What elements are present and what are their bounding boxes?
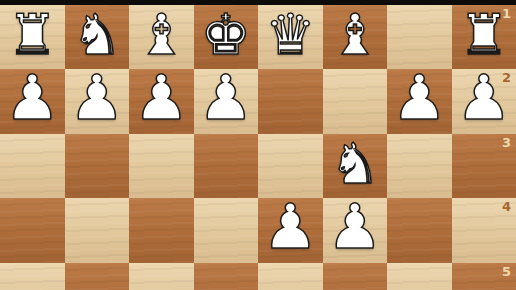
piece-white-pawn[interactable]: ♟ xyxy=(4,67,60,129)
square-b2[interactable]: ♟ xyxy=(387,69,452,134)
piece-white-king[interactable]: ♚ xyxy=(201,7,251,63)
square-g3[interactable] xyxy=(65,134,130,199)
piece-white-knight[interactable]: ♞ xyxy=(72,7,122,63)
square-g2[interactable]: ♟ xyxy=(65,69,130,134)
square-b5[interactable] xyxy=(387,263,452,290)
square-b3[interactable] xyxy=(387,134,452,199)
square-h4[interactable] xyxy=(0,198,65,263)
square-f3[interactable] xyxy=(129,134,194,199)
square-b4[interactable] xyxy=(387,198,452,263)
piece-white-pawn[interactable]: ♟ xyxy=(133,67,189,129)
square-h1[interactable]: ♜ xyxy=(0,5,65,70)
square-e1[interactable]: ♚ xyxy=(194,5,259,70)
square-b1[interactable] xyxy=(387,5,452,70)
square-c5[interactable] xyxy=(323,263,388,290)
square-f1[interactable]: ♝ xyxy=(129,5,194,70)
video-frame: ♜♞♝♚♛♝♜1♟♟♟♟♟♟2♞3♟♟45 xyxy=(0,0,516,290)
square-a4[interactable]: 4 xyxy=(452,198,516,263)
piece-white-pawn[interactable]: ♟ xyxy=(198,67,254,129)
piece-white-knight[interactable]: ♞ xyxy=(330,136,380,192)
square-g5[interactable] xyxy=(65,263,130,290)
square-f5[interactable] xyxy=(129,263,194,290)
square-a2[interactable]: ♟2 xyxy=(452,69,516,134)
piece-white-bishop[interactable]: ♝ xyxy=(330,7,380,63)
square-c4[interactable]: ♟ xyxy=(323,198,388,263)
square-e3[interactable] xyxy=(194,134,259,199)
square-d2[interactable] xyxy=(258,69,323,134)
piece-white-pawn[interactable]: ♟ xyxy=(391,67,447,129)
square-d3[interactable] xyxy=(258,134,323,199)
square-h3[interactable] xyxy=(0,134,65,199)
piece-white-pawn[interactable]: ♟ xyxy=(262,196,318,258)
square-e4[interactable] xyxy=(194,198,259,263)
square-a1[interactable]: ♜1 xyxy=(452,5,516,70)
rank-label-3: 3 xyxy=(502,136,511,150)
piece-white-bishop[interactable]: ♝ xyxy=(136,7,186,63)
rank-label-5: 5 xyxy=(502,265,511,279)
square-g1[interactable]: ♞ xyxy=(65,5,130,70)
square-c1[interactable]: ♝ xyxy=(323,5,388,70)
square-h2[interactable]: ♟ xyxy=(0,69,65,134)
square-h5[interactable] xyxy=(0,263,65,290)
rank-label-2: 2 xyxy=(502,71,511,85)
square-f4[interactable] xyxy=(129,198,194,263)
square-d5[interactable] xyxy=(258,263,323,290)
piece-white-pawn[interactable]: ♟ xyxy=(327,196,383,258)
square-d4[interactable]: ♟ xyxy=(258,198,323,263)
square-c3[interactable]: ♞ xyxy=(323,134,388,199)
piece-white-queen[interactable]: ♛ xyxy=(265,7,315,63)
piece-white-rook[interactable]: ♜ xyxy=(7,7,57,63)
square-a5[interactable]: 5 xyxy=(452,263,516,290)
square-f2[interactable]: ♟ xyxy=(129,69,194,134)
square-e5[interactable] xyxy=(194,263,259,290)
square-e2[interactable]: ♟ xyxy=(194,69,259,134)
rank-label-1: 1 xyxy=(502,7,511,21)
square-c2[interactable] xyxy=(323,69,388,134)
square-a3[interactable]: 3 xyxy=(452,134,516,199)
chess-board: ♜♞♝♚♛♝♜1♟♟♟♟♟♟2♞3♟♟45 xyxy=(0,5,516,290)
piece-white-pawn[interactable]: ♟ xyxy=(69,67,125,129)
rank-label-4: 4 xyxy=(502,200,511,214)
square-g4[interactable] xyxy=(65,198,130,263)
square-d1[interactable]: ♛ xyxy=(258,5,323,70)
